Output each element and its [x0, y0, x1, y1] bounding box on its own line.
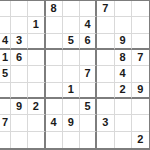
cell-r2c1[interactable]	[0, 17, 11, 33]
cell-r2c2[interactable]	[11, 17, 28, 33]
cell-r7c3[interactable]: 2	[28, 99, 45, 115]
cell-r2c9[interactable]	[132, 17, 149, 33]
cell-r9c3[interactable]	[28, 132, 45, 148]
cell-r6c9[interactable]: 9	[132, 83, 149, 99]
cell-r1c1[interactable]	[0, 1, 11, 17]
cell-r1c9[interactable]	[132, 1, 149, 17]
cell-r3c7[interactable]	[97, 34, 114, 50]
cell-r7c6[interactable]: 5	[80, 99, 97, 115]
cell-r9c1[interactable]	[0, 132, 11, 148]
cell-r4c3[interactable]	[28, 50, 45, 66]
cell-r2c5[interactable]	[63, 17, 80, 33]
cell-r4c5[interactable]	[63, 50, 80, 66]
cell-r6c4[interactable]	[46, 83, 63, 99]
cell-r5c4[interactable]	[46, 66, 63, 82]
cell-r3c3[interactable]	[28, 34, 45, 50]
cell-r6c1[interactable]	[0, 83, 11, 99]
cell-r4c9[interactable]: 7	[132, 50, 149, 66]
cell-r2c4[interactable]	[46, 17, 63, 33]
cell-r3c5[interactable]: 5	[63, 34, 80, 50]
cell-r9c6[interactable]	[80, 132, 97, 148]
cell-r8c8[interactable]	[115, 115, 132, 131]
cell-r9c4[interactable]	[46, 132, 63, 148]
cell-r8c5[interactable]: 9	[63, 115, 80, 131]
cell-r5c2[interactable]	[11, 66, 28, 82]
cell-r8c1[interactable]: 7	[0, 115, 11, 131]
cell-r7c4[interactable]	[46, 99, 63, 115]
cell-r3c4[interactable]	[46, 34, 63, 50]
cell-r8c7[interactable]: 3	[97, 115, 114, 131]
cell-r5c8[interactable]: 4	[115, 66, 132, 82]
cell-r8c9[interactable]	[132, 115, 149, 131]
cell-r1c5[interactable]	[63, 1, 80, 17]
sudoku-board: 871443569168757412992574932	[0, 0, 150, 150]
cell-r8c6[interactable]	[80, 115, 97, 131]
cell-r5c6[interactable]: 7	[80, 66, 97, 82]
cell-r2c6[interactable]: 4	[80, 17, 97, 33]
cell-r9c5[interactable]	[63, 132, 80, 148]
cell-r8c3[interactable]	[28, 115, 45, 131]
cell-r7c1[interactable]	[0, 99, 11, 115]
cell-r1c2[interactable]	[11, 1, 28, 17]
cell-r9c8[interactable]	[115, 132, 132, 148]
cell-r7c2[interactable]: 9	[11, 99, 28, 115]
cell-r8c2[interactable]	[11, 115, 28, 131]
cell-r4c6[interactable]	[80, 50, 97, 66]
cell-r5c5[interactable]	[63, 66, 80, 82]
cell-r2c8[interactable]	[115, 17, 132, 33]
cell-r2c7[interactable]	[97, 17, 114, 33]
cell-r3c9[interactable]	[132, 34, 149, 50]
cell-r7c9[interactable]	[132, 99, 149, 115]
cell-r4c8[interactable]: 8	[115, 50, 132, 66]
cell-r1c6[interactable]	[80, 1, 97, 17]
cell-r9c7[interactable]	[97, 132, 114, 148]
cell-r3c6[interactable]: 6	[80, 34, 97, 50]
cell-r6c3[interactable]	[28, 83, 45, 99]
cell-r6c6[interactable]	[80, 83, 97, 99]
cell-r7c7[interactable]	[97, 99, 114, 115]
cell-r1c7[interactable]: 7	[97, 1, 114, 17]
cell-r4c7[interactable]	[97, 50, 114, 66]
cell-r3c1[interactable]: 4	[0, 34, 11, 50]
cell-r5c7[interactable]	[97, 66, 114, 82]
cell-r1c3[interactable]	[28, 1, 45, 17]
cell-r2c3[interactable]: 1	[28, 17, 45, 33]
cell-r3c8[interactable]: 9	[115, 34, 132, 50]
cell-r5c1[interactable]: 5	[0, 66, 11, 82]
cell-r8c4[interactable]: 4	[46, 115, 63, 131]
cell-r4c4[interactable]	[46, 50, 63, 66]
cell-r6c8[interactable]: 2	[115, 83, 132, 99]
cell-r1c8[interactable]	[115, 1, 132, 17]
cell-r6c7[interactable]	[97, 83, 114, 99]
cell-r5c9[interactable]	[132, 66, 149, 82]
cell-r5c3[interactable]	[28, 66, 45, 82]
cell-r6c5[interactable]: 1	[63, 83, 80, 99]
cell-r4c2[interactable]: 6	[11, 50, 28, 66]
cell-r9c9[interactable]: 2	[132, 132, 149, 148]
cell-r1c4[interactable]: 8	[46, 1, 63, 17]
cell-r7c8[interactable]	[115, 99, 132, 115]
cell-r9c2[interactable]	[11, 132, 28, 148]
cell-r6c2[interactable]	[11, 83, 28, 99]
cell-r4c1[interactable]: 1	[0, 50, 11, 66]
cell-r3c2[interactable]: 3	[11, 34, 28, 50]
cell-r7c5[interactable]	[63, 99, 80, 115]
